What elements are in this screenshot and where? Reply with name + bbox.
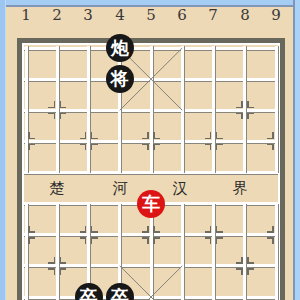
piece-black-cannon[interactable]: 炮: [106, 34, 134, 62]
xiangqi-app: 1 2 3 4 5 6 7 8 9 楚 河 汉 界 炮将车卒卒: [0, 0, 300, 300]
board[interactable]: 炮将车卒卒: [0, 0, 300, 300]
piece-black-soldier-right[interactable]: 卒: [106, 283, 134, 300]
window-frame-right: [293, 0, 300, 300]
piece-black-general[interactable]: 将: [106, 65, 134, 93]
window-frame-left: [0, 0, 6, 300]
piece-black-soldier-left[interactable]: 卒: [75, 283, 103, 300]
piece-red-chariot[interactable]: 车: [137, 190, 165, 218]
window-frame-top: [0, 0, 300, 7]
